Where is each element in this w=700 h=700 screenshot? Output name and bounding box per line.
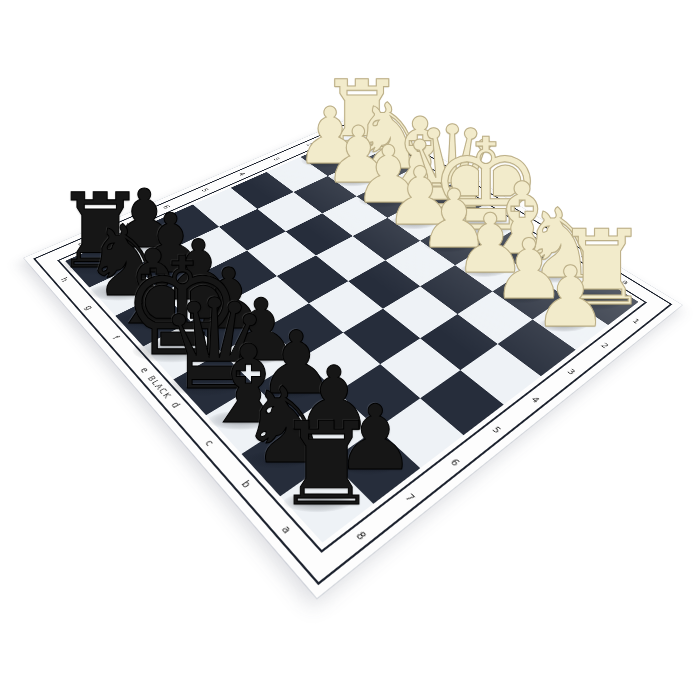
piece-white-pawn[interactable]: ♟ <box>533 256 608 340</box>
chess-pieces-layer: ♜♟♞♟♝♟♛♟♚♟♟♝♜♟♟♞♞♟♟♜♝♟♟♚♟♛♟♝♟♞♟♜ <box>0 0 700 700</box>
piece-black-rook[interactable]: ♜ <box>275 407 378 522</box>
chess-set-photo-scene: hh11gg22ff33ee44dd55cc66bb77aa88 BLACK ♜… <box>0 0 700 700</box>
